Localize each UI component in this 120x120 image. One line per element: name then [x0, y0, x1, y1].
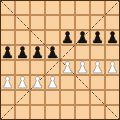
board-cell[interactable] [61, 76, 74, 89]
board-cell[interactable] [91, 61, 104, 74]
board-cell[interactable] [1, 31, 14, 44]
board-cell[interactable] [46, 31, 59, 44]
board-cell[interactable] [16, 106, 29, 119]
game-screen [0, 0, 120, 120]
board-cell[interactable] [76, 106, 89, 119]
board-cell[interactable] [106, 76, 119, 89]
black-pawn-icon[interactable] [62, 31, 73, 44]
board-cell[interactable] [31, 31, 44, 44]
white-pawn-icon[interactable] [47, 76, 58, 89]
white-pawn-icon[interactable] [107, 61, 118, 74]
board-cell[interactable] [31, 61, 44, 74]
board-cell[interactable] [16, 46, 29, 59]
board-cell[interactable] [106, 16, 119, 29]
board-cell[interactable] [1, 106, 14, 119]
board-cell[interactable] [76, 1, 89, 14]
board-cell[interactable] [61, 1, 74, 14]
board-cell[interactable] [31, 76, 44, 89]
board-cell[interactable] [76, 31, 89, 44]
board-cell[interactable] [91, 91, 104, 104]
board-cell[interactable] [16, 91, 29, 104]
black-pawn-icon[interactable] [2, 46, 13, 59]
black-pawn-icon[interactable] [47, 46, 58, 59]
white-pawn-icon[interactable] [92, 61, 103, 74]
black-pawn-icon[interactable] [17, 46, 28, 59]
black-pawn-icon[interactable] [77, 31, 88, 44]
board-cell[interactable] [1, 16, 14, 29]
board-cell[interactable] [1, 61, 14, 74]
black-pawn-icon[interactable] [107, 31, 118, 44]
board-cell[interactable] [31, 46, 44, 59]
board-cell[interactable] [61, 16, 74, 29]
board-cell[interactable] [76, 61, 89, 74]
white-pawn-icon[interactable] [32, 76, 43, 89]
board-cell[interactable] [76, 46, 89, 59]
black-pawn-icon[interactable] [32, 46, 43, 59]
board-cell[interactable] [46, 106, 59, 119]
board-cell[interactable] [61, 91, 74, 104]
board-cell[interactable] [31, 91, 44, 104]
board-cell[interactable] [31, 16, 44, 29]
board-cell[interactable] [16, 76, 29, 89]
board-cell[interactable] [106, 61, 119, 74]
board-cell[interactable] [1, 91, 14, 104]
board-cell[interactable] [1, 46, 14, 59]
board-cell[interactable] [91, 106, 104, 119]
board-cell[interactable] [106, 31, 119, 44]
board-cell[interactable] [76, 76, 89, 89]
board-cell[interactable] [61, 106, 74, 119]
white-pawn-icon[interactable] [17, 76, 28, 89]
board-cell[interactable] [1, 1, 14, 14]
board-cell[interactable] [76, 16, 89, 29]
board-cell[interactable] [46, 46, 59, 59]
board-cell[interactable] [16, 1, 29, 14]
board-cell[interactable] [106, 91, 119, 104]
board-cell[interactable] [61, 31, 74, 44]
board-cell[interactable] [31, 106, 44, 119]
board-cell[interactable] [91, 1, 104, 14]
board-cell[interactable] [91, 31, 104, 44]
board-cell[interactable] [16, 61, 29, 74]
black-pawn-icon[interactable] [92, 31, 103, 44]
white-pawn-icon[interactable] [2, 76, 13, 89]
board-cell[interactable] [76, 91, 89, 104]
board-cell[interactable] [46, 91, 59, 104]
board-cell[interactable] [46, 1, 59, 14]
board-cell[interactable] [46, 16, 59, 29]
board-cell[interactable] [91, 46, 104, 59]
board-cell[interactable] [16, 16, 29, 29]
white-pawn-icon[interactable] [62, 61, 73, 74]
board-cell[interactable] [91, 16, 104, 29]
board-cell[interactable] [91, 76, 104, 89]
white-pawn-icon[interactable] [77, 61, 88, 74]
board-cell[interactable] [46, 76, 59, 89]
board-cell[interactable] [31, 1, 44, 14]
board-cell[interactable] [16, 31, 29, 44]
board-cell[interactable] [106, 1, 119, 14]
board-cell[interactable] [61, 46, 74, 59]
board-cell[interactable] [106, 106, 119, 119]
board-cell[interactable] [106, 46, 119, 59]
board-cell[interactable] [61, 61, 74, 74]
board-cell[interactable] [46, 61, 59, 74]
board-cell[interactable] [1, 76, 14, 89]
game-board [0, 0, 120, 120]
